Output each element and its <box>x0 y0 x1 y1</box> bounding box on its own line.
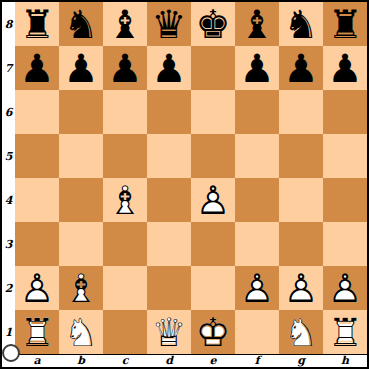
square-g3[interactable] <box>279 222 323 266</box>
piece-white-pawn[interactable]: ♟♙ <box>323 266 367 310</box>
white-queen-outline-glyph: ♕ <box>147 310 191 354</box>
white-bishop-fill-glyph: ♝ <box>59 266 103 310</box>
file-label-b: b <box>59 354 103 367</box>
square-f8[interactable]: ♝ <box>235 2 279 46</box>
piece-black-knight[interactable]: ♞ <box>279 2 323 46</box>
piece-black-bishop[interactable]: ♝ <box>103 2 147 46</box>
piece-white-pawn[interactable]: ♟♙ <box>15 266 59 310</box>
square-h3[interactable] <box>323 222 367 266</box>
square-e7[interactable] <box>191 46 235 90</box>
black-rook-glyph: ♜ <box>323 2 367 46</box>
piece-white-king[interactable]: ♚♔ <box>191 310 235 354</box>
white-pawn-outline-glyph: ♙ <box>323 266 367 310</box>
black-pawn-glyph: ♟ <box>323 46 367 90</box>
square-f1[interactable] <box>235 310 279 354</box>
white-knight-fill-glyph: ♞ <box>59 310 103 354</box>
square-g1[interactable]: ♞♘ <box>279 310 323 354</box>
black-pawn-glyph: ♟ <box>147 46 191 90</box>
file-label-a: a <box>15 354 59 367</box>
square-g6[interactable] <box>279 90 323 134</box>
board-bottom-edge <box>15 354 367 355</box>
white-rook-fill-glyph: ♜ <box>323 310 367 354</box>
square-g2[interactable]: ♟♙ <box>279 266 323 310</box>
square-d4[interactable] <box>147 178 191 222</box>
square-b3[interactable] <box>59 222 103 266</box>
piece-white-knight[interactable]: ♞♘ <box>279 310 323 354</box>
side-to-move-indicator <box>2 344 20 362</box>
black-knight-glyph: ♞ <box>279 2 323 46</box>
square-d1[interactable]: ♛♕ <box>147 310 191 354</box>
white-pawn-outline-glyph: ♙ <box>279 266 323 310</box>
black-knight-glyph: ♞ <box>59 2 103 46</box>
square-b2[interactable]: ♝♗ <box>59 266 103 310</box>
square-b8[interactable]: ♞ <box>59 2 103 46</box>
square-h5[interactable] <box>323 134 367 178</box>
piece-black-pawn[interactable]: ♟ <box>59 46 103 90</box>
piece-white-pawn[interactable]: ♟♙ <box>279 266 323 310</box>
white-rook-fill-glyph: ♜ <box>15 310 59 354</box>
piece-white-pawn[interactable]: ♟♙ <box>191 178 235 222</box>
white-bishop-outline-glyph: ♗ <box>59 266 103 310</box>
piece-black-pawn[interactable]: ♟ <box>147 46 191 90</box>
file-label-d: d <box>147 354 191 367</box>
square-b6[interactable] <box>59 90 103 134</box>
piece-white-rook[interactable]: ♜♖ <box>323 310 367 354</box>
square-f3[interactable] <box>235 222 279 266</box>
square-b7[interactable]: ♟ <box>59 46 103 90</box>
square-c6[interactable] <box>103 90 147 134</box>
white-pawn-outline-glyph: ♙ <box>191 178 235 222</box>
square-g8[interactable]: ♞ <box>279 2 323 46</box>
white-pawn-fill-glyph: ♟ <box>15 266 59 310</box>
file-label-e: e <box>191 354 235 367</box>
piece-black-rook[interactable]: ♜ <box>15 2 59 46</box>
piece-white-pawn[interactable]: ♟♙ <box>235 266 279 310</box>
white-king-outline-glyph: ♔ <box>191 310 235 354</box>
piece-black-pawn[interactable]: ♟ <box>323 46 367 90</box>
black-rook-glyph: ♜ <box>15 2 59 46</box>
square-d7[interactable]: ♟ <box>147 46 191 90</box>
white-queen-fill-glyph: ♛ <box>147 310 191 354</box>
black-king-glyph: ♚ <box>191 2 235 46</box>
square-e1[interactable]: ♚♔ <box>191 310 235 354</box>
white-rook-outline-glyph: ♖ <box>323 310 367 354</box>
square-a6[interactable] <box>15 90 59 134</box>
rank-label-8: 8 <box>2 2 15 46</box>
square-a3[interactable] <box>15 222 59 266</box>
piece-black-pawn[interactable]: ♟ <box>279 46 323 90</box>
white-knight-outline-glyph: ♘ <box>279 310 323 354</box>
white-bishop-fill-glyph: ♝ <box>103 178 147 222</box>
black-pawn-glyph: ♟ <box>103 46 147 90</box>
piece-black-pawn[interactable]: ♟ <box>103 46 147 90</box>
rank-label-2: 2 <box>2 266 15 310</box>
square-g5[interactable] <box>279 134 323 178</box>
square-c4[interactable]: ♝♗ <box>103 178 147 222</box>
black-pawn-glyph: ♟ <box>15 46 59 90</box>
black-pawn-glyph: ♟ <box>279 46 323 90</box>
square-d5[interactable] <box>147 134 191 178</box>
white-rook-outline-glyph: ♖ <box>15 310 59 354</box>
square-d2[interactable] <box>147 266 191 310</box>
square-h6[interactable] <box>323 90 367 134</box>
square-h7[interactable]: ♟ <box>323 46 367 90</box>
rank-label-6: 6 <box>2 90 15 134</box>
file-label-g: g <box>279 354 323 367</box>
white-knight-fill-glyph: ♞ <box>279 310 323 354</box>
file-label-h: h <box>323 354 367 367</box>
square-c1[interactable] <box>103 310 147 354</box>
square-c3[interactable] <box>103 222 147 266</box>
square-g7[interactable]: ♟ <box>279 46 323 90</box>
square-c5[interactable] <box>103 134 147 178</box>
piece-white-bishop[interactable]: ♝♗ <box>103 178 147 222</box>
square-a5[interactable] <box>15 134 59 178</box>
rank-label-7: 7 <box>2 46 15 90</box>
piece-white-bishop[interactable]: ♝♗ <box>59 266 103 310</box>
square-f5[interactable] <box>235 134 279 178</box>
square-d6[interactable] <box>147 90 191 134</box>
black-bishop-glyph: ♝ <box>103 2 147 46</box>
square-h1[interactable]: ♜♖ <box>323 310 367 354</box>
square-c7[interactable]: ♟ <box>103 46 147 90</box>
square-a4[interactable] <box>15 178 59 222</box>
piece-black-queen[interactable]: ♛ <box>147 2 191 46</box>
rank-label-3: 3 <box>2 222 15 266</box>
square-d3[interactable] <box>147 222 191 266</box>
square-f7[interactable]: ♟ <box>235 46 279 90</box>
piece-black-pawn[interactable]: ♟ <box>15 46 59 90</box>
square-b1[interactable]: ♞♘ <box>59 310 103 354</box>
square-h8[interactable]: ♜ <box>323 2 367 46</box>
square-d8[interactable]: ♛ <box>147 2 191 46</box>
square-a7[interactable]: ♟ <box>15 46 59 90</box>
white-bishop-outline-glyph: ♗ <box>103 178 147 222</box>
square-b4[interactable] <box>59 178 103 222</box>
white-pawn-outline-glyph: ♙ <box>15 266 59 310</box>
piece-black-bishop[interactable]: ♝ <box>235 2 279 46</box>
square-e5[interactable] <box>191 134 235 178</box>
square-g4[interactable] <box>279 178 323 222</box>
white-pawn-fill-glyph: ♟ <box>323 266 367 310</box>
square-b5[interactable] <box>59 134 103 178</box>
piece-black-rook[interactable]: ♜ <box>323 2 367 46</box>
piece-black-knight[interactable]: ♞ <box>59 2 103 46</box>
square-e8[interactable]: ♚ <box>191 2 235 46</box>
square-h2[interactable]: ♟♙ <box>323 266 367 310</box>
piece-white-queen[interactable]: ♛♕ <box>147 310 191 354</box>
black-pawn-glyph: ♟ <box>59 46 103 90</box>
square-h4[interactable] <box>323 178 367 222</box>
rank-label-5: 5 <box>2 134 15 178</box>
piece-black-pawn[interactable]: ♟ <box>235 46 279 90</box>
piece-white-rook[interactable]: ♜♖ <box>15 310 59 354</box>
square-a1[interactable]: ♜♖ <box>15 310 59 354</box>
piece-white-knight[interactable]: ♞♘ <box>59 310 103 354</box>
white-pawn-fill-glyph: ♟ <box>235 266 279 310</box>
square-f6[interactable] <box>235 90 279 134</box>
white-pawn-fill-glyph: ♟ <box>191 178 235 222</box>
square-e4[interactable]: ♟♙ <box>191 178 235 222</box>
square-f2[interactable]: ♟♙ <box>235 266 279 310</box>
file-label-c: c <box>103 354 147 367</box>
square-e3[interactable] <box>191 222 235 266</box>
square-a8[interactable]: ♜ <box>15 2 59 46</box>
square-e6[interactable] <box>191 90 235 134</box>
square-e2[interactable] <box>191 266 235 310</box>
white-pawn-outline-glyph: ♙ <box>235 266 279 310</box>
black-queen-glyph: ♛ <box>147 2 191 46</box>
chess-diagram: 8♜♞♝♛♚♝♞♜7♟♟♟♟♟♟♟654♝♗♟♙32♟♙♝♗♟♙♟♙♟♙1♜♖♞… <box>0 0 369 369</box>
square-a2[interactable]: ♟♙ <box>15 266 59 310</box>
square-c8[interactable]: ♝ <box>103 2 147 46</box>
piece-black-king[interactable]: ♚ <box>191 2 235 46</box>
black-bishop-glyph: ♝ <box>235 2 279 46</box>
white-knight-outline-glyph: ♘ <box>59 310 103 354</box>
square-f4[interactable] <box>235 178 279 222</box>
white-pawn-fill-glyph: ♟ <box>279 266 323 310</box>
file-label-f: f <box>235 354 279 367</box>
chess-board: 8♜♞♝♛♚♝♞♜7♟♟♟♟♟♟♟654♝♗♟♙32♟♙♝♗♟♙♟♙♟♙1♜♖♞… <box>2 2 367 367</box>
white-king-fill-glyph: ♚ <box>191 310 235 354</box>
square-c2[interactable] <box>103 266 147 310</box>
rank-label-4: 4 <box>2 178 15 222</box>
black-pawn-glyph: ♟ <box>235 46 279 90</box>
